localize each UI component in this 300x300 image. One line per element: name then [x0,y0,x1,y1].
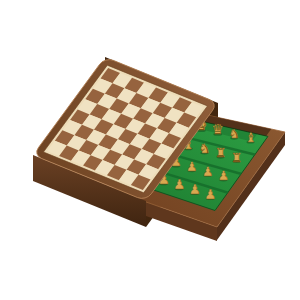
piece-pawn: ♟ [218,168,229,183]
piece-pawn: ♟ [173,177,185,192]
product-photo: ♚♛♞♝♝♞♜♜♟♟♟♟♟♟♟♟ [0,0,300,300]
piece-pawn: ♟ [202,164,213,179]
piece-knight: ♞ [229,127,240,141]
piece-pawn: ♟ [186,159,197,174]
piece-bishop: ♝ [245,130,256,145]
piece-pawn: ♟ [204,187,216,202]
piece-knight: ♞ [199,141,211,156]
piece-pawn: ♟ [189,182,201,197]
chess-set-scene: ♚♛♞♝♝♞♜♜♟♟♟♟♟♟♟♟ [0,0,300,300]
piece-queen: ♛ [212,121,224,137]
piece-rook: ♜ [231,150,242,165]
piece-rook: ♜ [215,145,226,160]
